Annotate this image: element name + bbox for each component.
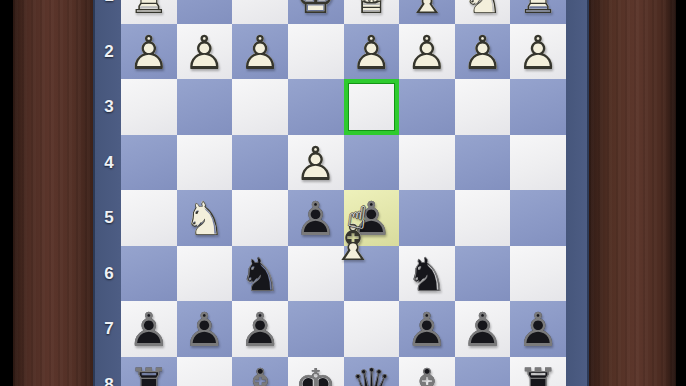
piece-outline: ♙ [344,24,400,80]
square-c8[interactable]: ♝♗ [399,357,455,386]
rank-strip-right [566,0,589,386]
piece-outline: ♔ [288,0,344,24]
square-f4[interactable] [232,135,288,191]
square-c2[interactable]: ♟♙ [399,24,455,80]
square-e1[interactable]: ♚♔ [288,0,344,24]
square-h1[interactable]: ♜♖ [121,0,177,24]
square-d7[interactable] [344,301,400,357]
black-pawn[interactable]: ♟♙ [121,301,177,357]
white-rook[interactable]: ♜♖ [510,0,566,24]
white-pawn[interactable]: ♟♙ [288,135,344,191]
rank-label-3: 3 [95,79,123,135]
piece-outline: ♖ [510,0,566,24]
square-h7[interactable]: ♟♙ [121,301,177,357]
black-pawn[interactable]: ♟♙ [399,301,455,357]
square-a8[interactable]: ♜♖ [510,357,566,386]
square-b7[interactable]: ♟♙ [455,301,511,357]
piece-outline: ♕ [344,0,400,24]
white-pawn[interactable]: ♟♙ [344,24,400,80]
square-e7[interactable] [288,301,344,357]
piece-outline: ♘ [177,190,233,246]
black-bishop[interactable]: ♝♗ [399,357,455,386]
black-king[interactable]: ♚♔ [288,357,344,386]
square-g3[interactable] [177,79,233,135]
rank-label-5: 5 [95,190,123,246]
black-pawn[interactable]: ♟♙ [232,301,288,357]
square-b2[interactable]: ♟♙ [455,24,511,80]
square-d1[interactable]: ♛♕ [344,0,400,24]
square-c4[interactable] [399,135,455,191]
piece-outline: ♙ [399,301,455,357]
square-h5[interactable] [121,190,177,246]
piece-outline: ♙ [177,24,233,80]
piece-outline: ♘ [232,246,288,302]
square-e8[interactable]: ♚♔ [288,357,344,386]
black-knight[interactable]: ♞♘ [399,246,455,302]
white-pawn[interactable]: ♟♙ [177,24,233,80]
square-h6[interactable] [121,246,177,302]
square-b4[interactable] [455,135,511,191]
square-h8[interactable]: ♜♖ [121,357,177,386]
square-e4[interactable]: ♟♙ [288,135,344,191]
black-rook[interactable]: ♜♖ [510,357,566,386]
square-g4[interactable] [177,135,233,191]
white-pawn[interactable]: ♟♙ [121,24,177,80]
video-frame: 12345678 ♜♖♚♔♛♕♝♗♞♘♜♖♟♙♟♙♟♙♟♙♟♙♟♙♟♙♟♙♞♘♟… [0,0,686,386]
square-f7[interactable]: ♟♙ [232,301,288,357]
white-knight[interactable]: ♞♘ [177,190,233,246]
rank-label-2: 2 [95,24,123,80]
rank-label-1: 1 [95,0,123,24]
white-king[interactable]: ♚♔ [288,0,344,24]
piece-outline: ♔ [288,357,344,386]
black-pawn[interactable]: ♟♙ [455,301,511,357]
square-f3[interactable] [232,79,288,135]
square-a4[interactable] [510,135,566,191]
white-bishop[interactable]: ♝♗ [399,0,455,24]
square-b8[interactable] [455,357,511,386]
square-f5[interactable] [232,190,288,246]
square-d3[interactable] [344,79,400,135]
square-b3[interactable] [455,79,511,135]
piece-outline: ♙ [232,301,288,357]
piece-outline: ♙ [121,301,177,357]
wood-frame-left [13,0,93,386]
rank-label-8: 8 [95,357,123,386]
square-c7[interactable]: ♟♙ [399,301,455,357]
square-e2[interactable] [288,24,344,80]
square-h3[interactable] [121,79,177,135]
piece-outline: ♘ [399,246,455,302]
square-d4[interactable] [344,135,400,191]
white-queen[interactable]: ♛♕ [344,0,400,24]
piece-outline: ♙ [288,135,344,191]
black-pawn[interactable]: ♟♙ [177,301,233,357]
square-h2[interactable]: ♟♙ [121,24,177,80]
square-g6[interactable] [177,246,233,302]
square-g2[interactable]: ♟♙ [177,24,233,80]
square-a3[interactable] [510,79,566,135]
piece-outline: ♕ [344,357,400,386]
square-f2[interactable]: ♟♙ [232,24,288,80]
chess-board: ♜♖♚♔♛♕♝♗♞♘♜♖♟♙♟♙♟♙♟♙♟♙♟♙♟♙♟♙♞♘♟♙♟♙♞♘♞♘♟♙… [121,0,566,386]
piece-outline: ♙ [510,301,566,357]
square-g5[interactable]: ♞♘ [177,190,233,246]
rank-label-6: 6 [95,246,123,302]
square-b5[interactable] [455,190,511,246]
piece-outline: ♖ [510,357,566,386]
piece-outline: ♙ [510,24,566,80]
square-d8[interactable]: ♛♕ [344,357,400,386]
square-f6[interactable]: ♞♘ [232,246,288,302]
square-d2[interactable]: ♟♙ [344,24,400,80]
piece-outline: ♙ [399,24,455,80]
rank-strip-left: 12345678 [93,0,121,386]
piece-outline: ♘ [455,0,511,24]
white-knight[interactable]: ♞♘ [455,0,511,24]
black-queen[interactable]: ♛♕ [344,357,400,386]
piece-outline: ♗ [399,0,455,24]
piece-outline: ♙ [232,24,288,80]
white-rook[interactable]: ♜♖ [121,0,177,24]
white-pawn[interactable]: ♟♙ [455,24,511,80]
black-rook[interactable]: ♜♖ [121,357,177,386]
square-g7[interactable]: ♟♙ [177,301,233,357]
square-f1[interactable] [232,0,288,24]
square-b1[interactable]: ♞♘ [455,0,511,24]
piece-outline: ♗ [232,357,288,386]
black-bishop[interactable]: ♝♗ [232,357,288,386]
piece-outline: ♖ [121,0,177,24]
square-a6[interactable] [510,246,566,302]
square-a2[interactable]: ♟♙ [510,24,566,80]
square-c1[interactable]: ♝♗ [399,0,455,24]
white-pawn[interactable]: ♟♙ [399,24,455,80]
piece-outline: ♙ [455,24,511,80]
black-pawn[interactable]: ♟♙ [510,301,566,357]
square-f8[interactable]: ♝♗ [232,357,288,386]
white-pawn[interactable]: ♟♙ [510,24,566,80]
rank-label-7: 7 [95,301,123,357]
piece-outline: ♙ [455,301,511,357]
square-g1[interactable] [177,0,233,24]
square-a7[interactable]: ♟♙ [510,301,566,357]
wood-frame-right [589,0,676,386]
piece-outline: ♙ [121,24,177,80]
white-pawn[interactable]: ♟♙ [232,24,288,80]
square-e3[interactable] [288,79,344,135]
square-c6[interactable]: ♞♘ [399,246,455,302]
square-g8[interactable] [177,357,233,386]
square-a5[interactable] [510,190,566,246]
square-c5[interactable] [399,190,455,246]
square-c3[interactable] [399,79,455,135]
rank-label-4: 4 [95,135,123,191]
piece-outline: ♙ [177,301,233,357]
piece-outline: ♗ [399,357,455,386]
square-h4[interactable] [121,135,177,191]
black-knight[interactable]: ♞♘ [232,246,288,302]
square-a1[interactable]: ♜♖ [510,0,566,24]
square-b6[interactable] [455,246,511,302]
piece-outline: ♖ [121,357,177,386]
